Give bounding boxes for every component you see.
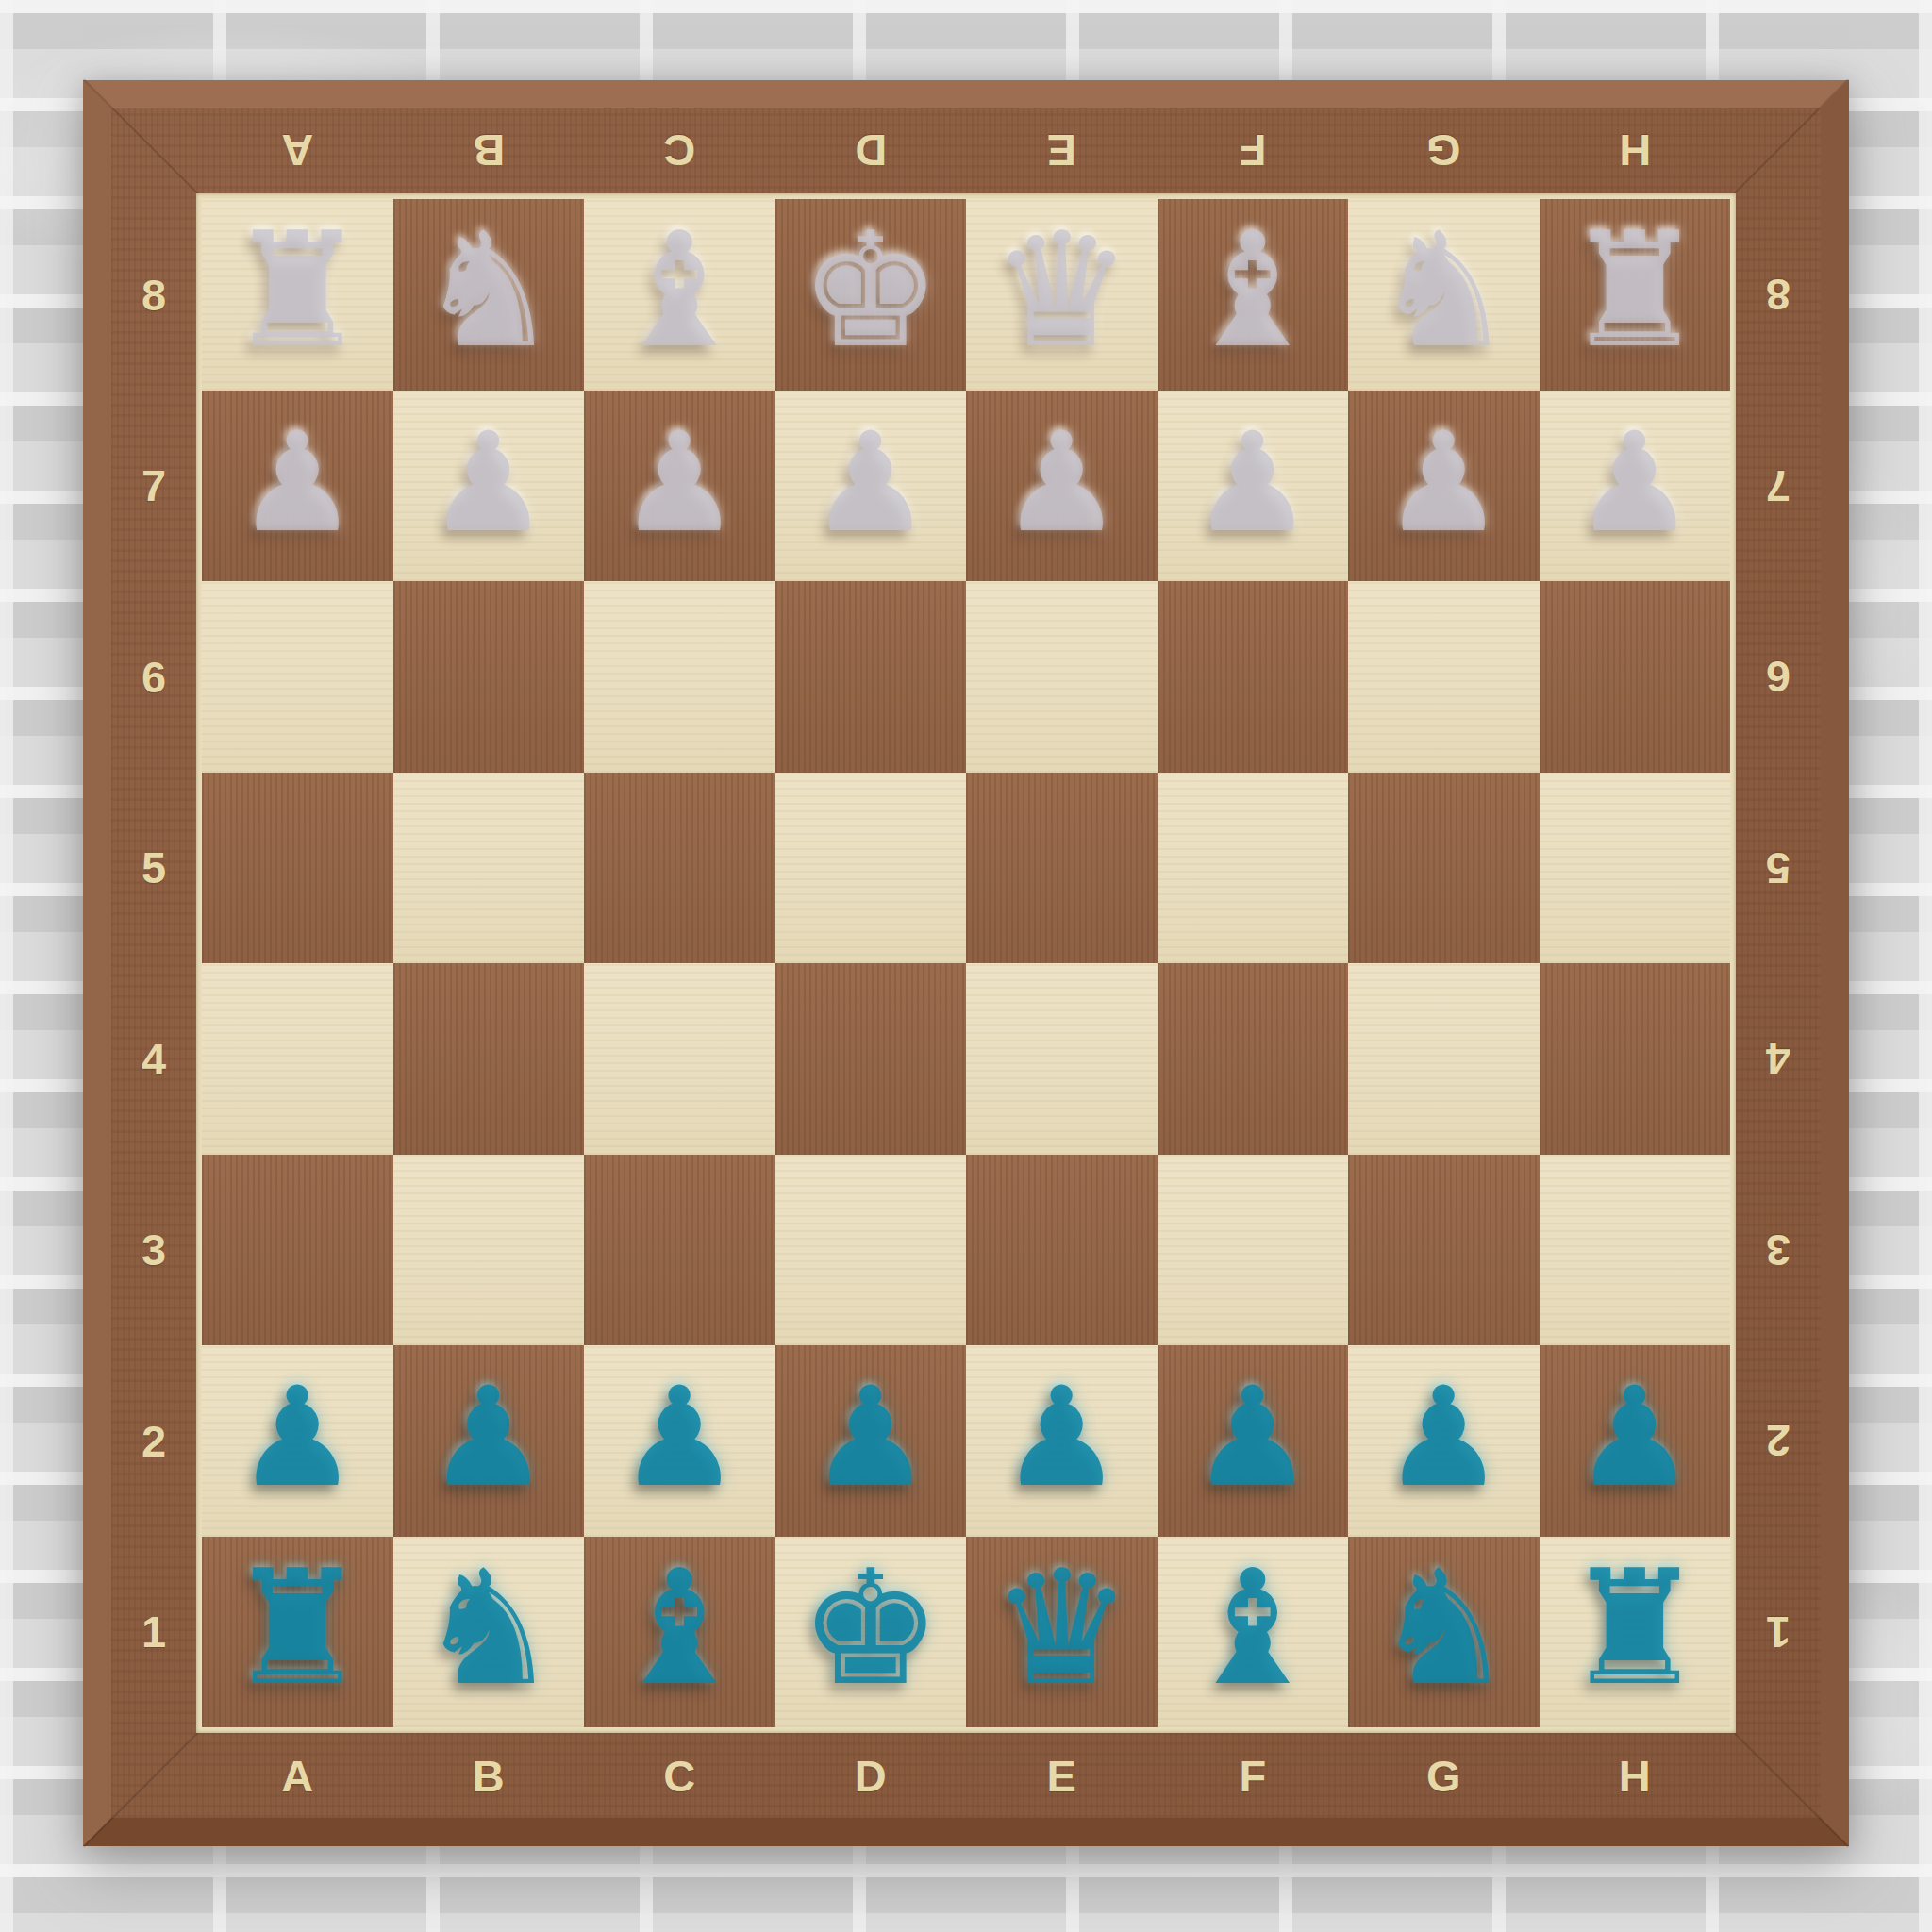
piece-black-knight-g8[interactable]: ♞	[1373, 211, 1515, 370]
square-d4[interactable]	[775, 963, 967, 1155]
square-b8[interactable]: ♞	[393, 199, 585, 391]
square-e4[interactable]	[966, 963, 1158, 1155]
square-c8[interactable]: ♝	[584, 199, 775, 391]
square-e5[interactable]	[966, 773, 1158, 964]
square-f7[interactable]: ♟	[1158, 391, 1349, 582]
piece-black-pawn-b7[interactable]: ♟	[426, 413, 550, 551]
file-label-bottom-E: E	[966, 1733, 1158, 1818]
chess-board: ABCDEFGH ABCDEFGH 87654321 87654321 ♜♞♝♚…	[83, 80, 1849, 1846]
square-b7[interactable]: ♟	[393, 391, 585, 582]
square-b2[interactable]: ♟	[393, 1345, 585, 1537]
piece-black-pawn-a7[interactable]: ♟	[236, 413, 359, 551]
square-e6[interactable]	[966, 581, 1158, 773]
square-b4[interactable]	[393, 963, 585, 1155]
square-d5[interactable]	[775, 773, 967, 964]
square-g3[interactable]	[1348, 1155, 1540, 1346]
square-g1[interactable]: ♞	[1348, 1537, 1540, 1728]
rank-label-left-7: 7	[111, 391, 196, 582]
piece-black-knight-b8[interactable]: ♞	[417, 211, 559, 370]
piece-white-pawn-d2[interactable]: ♟	[808, 1368, 932, 1506]
square-f3[interactable]	[1158, 1155, 1349, 1346]
file-label-top-D: D	[775, 108, 967, 193]
file-labels-top: ABCDEFGH	[202, 108, 1730, 193]
rank-label-left-2: 2	[111, 1345, 196, 1537]
square-e8[interactable]: ♛	[966, 199, 1158, 391]
square-c2[interactable]: ♟	[584, 1345, 775, 1537]
piece-white-pawn-f2[interactable]: ♟	[1191, 1368, 1314, 1506]
piece-white-pawn-g2[interactable]: ♟	[1382, 1368, 1506, 1506]
square-h1[interactable]: ♜	[1540, 1537, 1731, 1728]
piece-white-rook-h1[interactable]: ♜	[1563, 1549, 1706, 1707]
square-a5[interactable]	[202, 773, 393, 964]
square-g6[interactable]	[1348, 581, 1540, 773]
piece-black-pawn-d7[interactable]: ♟	[808, 413, 932, 551]
piece-white-king-d1[interactable]: ♚	[799, 1549, 941, 1707]
square-a2[interactable]: ♟	[202, 1345, 393, 1537]
frame-miter-top-right	[1727, 79, 1849, 201]
piece-white-knight-b1[interactable]: ♞	[417, 1549, 559, 1707]
square-b5[interactable]	[393, 773, 585, 964]
file-label-bottom-A: A	[202, 1733, 393, 1818]
square-g5[interactable]	[1348, 773, 1540, 964]
frame-miter-bottom-left	[83, 1726, 205, 1848]
file-label-bottom-D: D	[775, 1733, 967, 1818]
square-b3[interactable]	[393, 1155, 585, 1346]
piece-black-pawn-f7[interactable]: ♟	[1191, 413, 1314, 551]
file-label-bottom-C: C	[584, 1733, 775, 1818]
rank-labels-right: 87654321	[1736, 199, 1821, 1727]
file-label-top-B: B	[393, 108, 585, 193]
square-c1[interactable]: ♝	[584, 1537, 775, 1728]
square-d3[interactable]	[775, 1155, 967, 1346]
piece-black-pawn-e7[interactable]: ♟	[1000, 413, 1124, 551]
rank-label-left-6: 6	[111, 581, 196, 773]
rank-label-left-8: 8	[111, 199, 196, 391]
rank-label-right-8: 8	[1736, 199, 1821, 391]
square-h2[interactable]: ♟	[1540, 1345, 1731, 1537]
square-d8[interactable]: ♚	[775, 199, 967, 391]
square-g4[interactable]	[1348, 963, 1540, 1155]
file-label-top-C: C	[584, 108, 775, 193]
board-grid: ♜♞♝♚♛♝♞♜♟♟♟♟♟♟♟♟♟♟♟♟♟♟♟♟♜♞♝♚♛♝♞♜	[202, 199, 1730, 1727]
file-label-bottom-H: H	[1540, 1733, 1731, 1818]
square-d1[interactable]: ♚	[775, 1537, 967, 1728]
square-f5[interactable]	[1158, 773, 1349, 964]
square-h5[interactable]	[1540, 773, 1731, 964]
file-label-top-F: F	[1158, 108, 1349, 193]
square-g2[interactable]: ♟	[1348, 1345, 1540, 1537]
square-a8[interactable]: ♜	[202, 199, 393, 391]
piece-white-pawn-h2[interactable]: ♟	[1573, 1368, 1696, 1506]
file-label-bottom-G: G	[1348, 1733, 1540, 1818]
file-label-top-G: G	[1348, 108, 1540, 193]
square-g8[interactable]: ♞	[1348, 199, 1540, 391]
piece-white-knight-g1[interactable]: ♞	[1373, 1549, 1515, 1707]
piece-black-bishop-f8[interactable]: ♝	[1181, 211, 1324, 370]
square-f2[interactable]: ♟	[1158, 1345, 1349, 1537]
square-f1[interactable]: ♝	[1158, 1537, 1349, 1728]
file-labels-bottom: ABCDEFGH	[202, 1733, 1730, 1818]
piece-white-bishop-c1[interactable]: ♝	[608, 1549, 751, 1707]
square-b6[interactable]	[393, 581, 585, 773]
square-e3[interactable]	[966, 1155, 1158, 1346]
piece-white-rook-a1[interactable]: ♜	[226, 1549, 369, 1707]
square-h7[interactable]: ♟	[1540, 391, 1731, 582]
square-a4[interactable]	[202, 963, 393, 1155]
piece-white-queen-e1[interactable]: ♛	[991, 1549, 1133, 1707]
rank-label-left-1: 1	[111, 1537, 196, 1728]
piece-white-bishop-f1[interactable]: ♝	[1181, 1549, 1324, 1707]
square-a6[interactable]	[202, 581, 393, 773]
rank-label-right-6: 6	[1736, 581, 1821, 773]
square-e7[interactable]: ♟	[966, 391, 1158, 582]
rank-labels-left: 87654321	[111, 199, 196, 1727]
piece-black-pawn-c7[interactable]: ♟	[618, 413, 741, 551]
square-a7[interactable]: ♟	[202, 391, 393, 582]
rank-label-right-7: 7	[1736, 391, 1821, 582]
square-h4[interactable]	[1540, 963, 1731, 1155]
piece-black-rook-a8[interactable]: ♜	[226, 211, 369, 370]
square-e2[interactable]: ♟	[966, 1345, 1158, 1537]
square-b1[interactable]: ♞	[393, 1537, 585, 1728]
piece-white-pawn-b2[interactable]: ♟	[426, 1368, 550, 1506]
square-c3[interactable]	[584, 1155, 775, 1346]
square-c5[interactable]	[584, 773, 775, 964]
square-d2[interactable]: ♟	[775, 1345, 967, 1537]
piece-black-pawn-g7[interactable]: ♟	[1382, 413, 1506, 551]
frame-miter-bottom-right	[1727, 1726, 1849, 1848]
frame-miter-top-left	[83, 79, 205, 201]
rank-label-right-5: 5	[1736, 773, 1821, 964]
maple-inlay-line: ♜♞♝♚♛♝♞♜♟♟♟♟♟♟♟♟♟♟♟♟♟♟♟♟♜♞♝♚♛♝♞♜	[196, 193, 1736, 1733]
square-h6[interactable]	[1540, 581, 1731, 773]
square-h3[interactable]	[1540, 1155, 1731, 1346]
file-label-bottom-F: F	[1158, 1733, 1349, 1818]
square-c7[interactable]: ♟	[584, 391, 775, 582]
piece-black-rook-h8[interactable]: ♜	[1563, 211, 1706, 370]
rank-label-left-3: 3	[111, 1155, 196, 1346]
rank-label-right-2: 2	[1736, 1345, 1821, 1537]
file-label-bottom-B: B	[393, 1733, 585, 1818]
rank-label-right-1: 1	[1736, 1537, 1821, 1728]
square-f8[interactable]: ♝	[1158, 199, 1349, 391]
piece-white-pawn-a2[interactable]: ♟	[236, 1368, 359, 1506]
square-e1[interactable]: ♛	[966, 1537, 1158, 1728]
piece-white-pawn-e2[interactable]: ♟	[1000, 1368, 1124, 1506]
piece-black-bishop-c8[interactable]: ♝	[608, 211, 751, 370]
piece-black-king-d8[interactable]: ♚	[799, 211, 941, 370]
file-label-top-A: A	[202, 108, 393, 193]
square-g7[interactable]: ♟	[1348, 391, 1540, 582]
file-label-top-E: E	[966, 108, 1158, 193]
piece-white-pawn-c2[interactable]: ♟	[618, 1368, 741, 1506]
piece-black-queen-e8[interactable]: ♛	[991, 211, 1133, 370]
rank-label-left-5: 5	[111, 773, 196, 964]
square-f4[interactable]	[1158, 963, 1349, 1155]
square-f6[interactable]	[1158, 581, 1349, 773]
square-h8[interactable]: ♜	[1540, 199, 1731, 391]
square-c6[interactable]	[584, 581, 775, 773]
square-d6[interactable]	[775, 581, 967, 773]
file-label-top-H: H	[1540, 108, 1731, 193]
square-c4[interactable]	[584, 963, 775, 1155]
rank-label-right-4: 4	[1736, 963, 1821, 1155]
square-a3[interactable]	[202, 1155, 393, 1346]
rank-label-left-4: 4	[111, 963, 196, 1155]
square-a1[interactable]: ♜	[202, 1537, 393, 1728]
square-d7[interactable]: ♟	[775, 391, 967, 582]
piece-black-pawn-h7[interactable]: ♟	[1573, 413, 1696, 551]
rank-label-right-3: 3	[1736, 1155, 1821, 1346]
